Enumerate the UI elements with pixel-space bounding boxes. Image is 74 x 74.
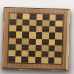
photo-background	[0, 0, 74, 74]
board-square	[55, 57, 62, 63]
chessboard	[2, 7, 70, 71]
board-grid	[7, 12, 64, 65]
